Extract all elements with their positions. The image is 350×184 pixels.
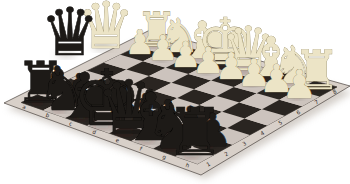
white-pawn-h7: ♟ bbox=[282, 61, 317, 107]
product-photo: abcdefgh12345678♜♛♞♟♛♝♟♚♟♛♟♝♟♞♟♜♟♟♟♟♜♟♞♟… bbox=[0, 0, 350, 184]
pieces: ♜♛♞♟♛♝♟♚♟♛♟♝♟♞♟♜♟♟♟♟♜♟♞♟♝♟♚♟♛♟♝♟♞♜ bbox=[15, 0, 341, 171]
black-rook-h1: ♜ bbox=[166, 94, 225, 171]
chess-set-scene: abcdefgh12345678♜♛♞♟♛♝♟♚♟♛♟♝♟♞♟♜♟♟♟♟♜♟♞♟… bbox=[0, 0, 350, 184]
